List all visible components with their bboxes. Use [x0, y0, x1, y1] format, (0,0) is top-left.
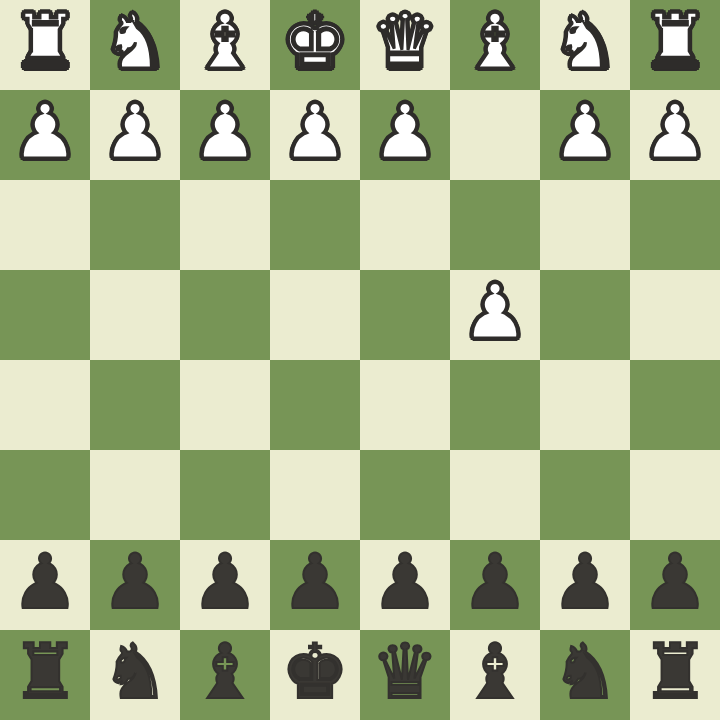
square-b1[interactable]: ♞ — [540, 0, 630, 90]
square-e1[interactable]: ♚ — [270, 0, 360, 90]
square-g6[interactable] — [90, 450, 180, 540]
square-c8[interactable]: ♝ — [450, 630, 540, 720]
piece-black-queen[interactable]: ♛ — [371, 634, 439, 716]
square-g3[interactable] — [90, 180, 180, 270]
square-a7[interactable]: ♟ — [630, 540, 720, 630]
square-c6[interactable] — [450, 450, 540, 540]
square-a1[interactable]: ♜ — [630, 0, 720, 90]
square-a6[interactable] — [630, 450, 720, 540]
square-a5[interactable] — [630, 360, 720, 450]
square-g4[interactable] — [90, 270, 180, 360]
square-e4[interactable] — [270, 270, 360, 360]
piece-black-knight[interactable]: ♞ — [101, 634, 169, 716]
square-d4[interactable] — [360, 270, 450, 360]
square-d1[interactable]: ♛ — [360, 0, 450, 90]
square-a3[interactable] — [630, 180, 720, 270]
square-e7[interactable]: ♟ — [270, 540, 360, 630]
square-d2[interactable]: ♟ — [360, 90, 450, 180]
square-e2[interactable]: ♟ — [270, 90, 360, 180]
square-f7[interactable]: ♟ — [180, 540, 270, 630]
square-c2[interactable] — [450, 90, 540, 180]
square-b3[interactable] — [540, 180, 630, 270]
piece-black-rook[interactable]: ♜ — [641, 634, 709, 716]
square-c5[interactable] — [450, 360, 540, 450]
square-h3[interactable] — [0, 180, 90, 270]
piece-black-bishop[interactable]: ♝ — [461, 634, 529, 716]
square-b7[interactable]: ♟ — [540, 540, 630, 630]
piece-white-queen[interactable]: ♛ — [371, 4, 439, 86]
piece-white-knight[interactable]: ♞ — [101, 4, 169, 86]
square-c1[interactable]: ♝ — [450, 0, 540, 90]
piece-white-pawn[interactable]: ♟ — [551, 94, 619, 176]
square-d7[interactable]: ♟ — [360, 540, 450, 630]
square-e6[interactable] — [270, 450, 360, 540]
piece-white-pawn[interactable]: ♟ — [281, 94, 349, 176]
square-h4[interactable] — [0, 270, 90, 360]
square-a4[interactable] — [630, 270, 720, 360]
piece-white-pawn[interactable]: ♟ — [461, 274, 529, 356]
piece-black-pawn[interactable]: ♟ — [101, 544, 169, 626]
piece-white-pawn[interactable]: ♟ — [641, 94, 709, 176]
piece-white-king[interactable]: ♚ — [281, 4, 349, 86]
piece-black-pawn[interactable]: ♟ — [11, 544, 79, 626]
piece-white-rook[interactable]: ♜ — [11, 4, 79, 86]
square-g2[interactable]: ♟ — [90, 90, 180, 180]
piece-black-pawn[interactable]: ♟ — [551, 544, 619, 626]
piece-white-pawn[interactable]: ♟ — [101, 94, 169, 176]
square-e3[interactable] — [270, 180, 360, 270]
piece-black-pawn[interactable]: ♟ — [371, 544, 439, 626]
piece-black-knight[interactable]: ♞ — [551, 634, 619, 716]
square-h8[interactable]: ♜ — [0, 630, 90, 720]
square-b6[interactable] — [540, 450, 630, 540]
piece-black-king[interactable]: ♚ — [281, 634, 349, 716]
square-c4[interactable]: ♟ — [450, 270, 540, 360]
square-f6[interactable] — [180, 450, 270, 540]
piece-white-knight[interactable]: ♞ — [551, 4, 619, 86]
square-d5[interactable] — [360, 360, 450, 450]
piece-black-rook[interactable]: ♜ — [11, 634, 79, 716]
square-f1[interactable]: ♝ — [180, 0, 270, 90]
piece-black-pawn[interactable]: ♟ — [461, 544, 529, 626]
piece-white-bishop[interactable]: ♝ — [191, 4, 259, 86]
square-d8[interactable]: ♛ — [360, 630, 450, 720]
square-c7[interactable]: ♟ — [450, 540, 540, 630]
square-g5[interactable] — [90, 360, 180, 450]
square-f2[interactable]: ♟ — [180, 90, 270, 180]
square-g7[interactable]: ♟ — [90, 540, 180, 630]
piece-black-pawn[interactable]: ♟ — [191, 544, 259, 626]
piece-white-pawn[interactable]: ♟ — [191, 94, 259, 176]
piece-black-pawn[interactable]: ♟ — [641, 544, 709, 626]
piece-black-bishop[interactable]: ♝ — [191, 634, 259, 716]
square-b5[interactable] — [540, 360, 630, 450]
piece-white-pawn[interactable]: ♟ — [11, 94, 79, 176]
piece-white-bishop[interactable]: ♝ — [461, 4, 529, 86]
square-h1[interactable]: ♜ — [0, 0, 90, 90]
square-f3[interactable] — [180, 180, 270, 270]
square-g1[interactable]: ♞ — [90, 0, 180, 90]
piece-white-pawn[interactable]: ♟ — [371, 94, 439, 176]
square-d3[interactable] — [360, 180, 450, 270]
chessboard: ♜♞♝♚♛♝♞♜♟♟♟♟♟♟♟♟♟♟♟♟♟♟♟♟♜♞♝♚♛♝♞♜ — [0, 0, 720, 720]
square-b4[interactable] — [540, 270, 630, 360]
square-f8[interactable]: ♝ — [180, 630, 270, 720]
square-d6[interactable] — [360, 450, 450, 540]
square-c3[interactable] — [450, 180, 540, 270]
square-f4[interactable] — [180, 270, 270, 360]
piece-white-rook[interactable]: ♜ — [641, 4, 709, 86]
square-b8[interactable]: ♞ — [540, 630, 630, 720]
square-a8[interactable]: ♜ — [630, 630, 720, 720]
square-h6[interactable] — [0, 450, 90, 540]
piece-black-pawn[interactable]: ♟ — [281, 544, 349, 626]
square-h2[interactable]: ♟ — [0, 90, 90, 180]
square-e5[interactable] — [270, 360, 360, 450]
square-a2[interactable]: ♟ — [630, 90, 720, 180]
square-f5[interactable] — [180, 360, 270, 450]
square-h7[interactable]: ♟ — [0, 540, 90, 630]
square-h5[interactable] — [0, 360, 90, 450]
square-g8[interactable]: ♞ — [90, 630, 180, 720]
square-e8[interactable]: ♚ — [270, 630, 360, 720]
square-b2[interactable]: ♟ — [540, 90, 630, 180]
